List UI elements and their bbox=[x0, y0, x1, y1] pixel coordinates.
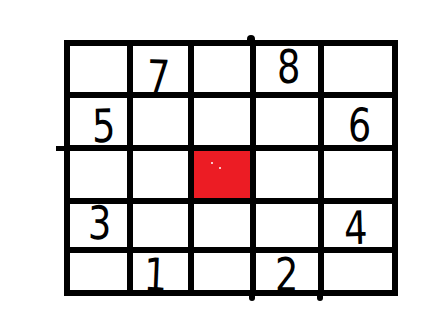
cell-r2c2[interactable] bbox=[133, 98, 188, 145]
cell-r5c3[interactable] bbox=[194, 253, 250, 290]
cell-r3c5[interactable] bbox=[324, 151, 392, 198]
white-speck bbox=[211, 162, 213, 164]
cell-value: 2 bbox=[275, 252, 298, 298]
cell-value: 1 bbox=[143, 251, 168, 298]
cell-r3c2[interactable] bbox=[133, 151, 188, 198]
cell-r2c4[interactable] bbox=[256, 98, 318, 145]
cell-r1c4[interactable]: 8 bbox=[256, 46, 318, 92]
cell-r2c5[interactable]: 6 bbox=[324, 98, 392, 145]
cell-r1c3[interactable] bbox=[194, 46, 250, 92]
cell-r4c3[interactable] bbox=[194, 204, 250, 247]
pen-dot-above-top-border bbox=[247, 35, 255, 42]
cell-r5c2[interactable]: 1 bbox=[133, 253, 188, 290]
cell-r4c2[interactable] bbox=[133, 204, 188, 247]
highlighted-cell-r3c3[interactable] bbox=[194, 151, 250, 198]
pen-tick-below-bottom-border-col5 bbox=[317, 296, 323, 301]
cell-r5c1[interactable] bbox=[70, 253, 127, 290]
pen-tick-below-bottom-border-col4 bbox=[249, 296, 255, 301]
cell-r4c1[interactable]: 3 bbox=[70, 204, 127, 247]
white-speck bbox=[219, 167, 221, 169]
cell-value: 3 bbox=[87, 199, 111, 246]
cell-r3c1[interactable] bbox=[70, 151, 127, 198]
cell-r2c3[interactable] bbox=[194, 98, 250, 145]
cell-value: 4 bbox=[344, 204, 369, 251]
cell-value: 5 bbox=[91, 102, 115, 149]
cell-r5c4[interactable]: 2 bbox=[256, 253, 318, 290]
cell-r1c1[interactable] bbox=[70, 46, 127, 92]
cell-value: 8 bbox=[277, 44, 300, 90]
cell-r4c4[interactable] bbox=[256, 204, 318, 247]
paint-canvas: { "game": "hand-drawn 5x5 number-grid pu… bbox=[0, 0, 437, 323]
cell-value: 7 bbox=[146, 54, 170, 101]
cell-value: 6 bbox=[348, 101, 373, 148]
cell-r1c5[interactable] bbox=[324, 46, 392, 92]
pen-stub-left-of-row3-line bbox=[56, 146, 67, 151]
cell-r1c2[interactable]: 7 bbox=[133, 46, 188, 92]
cell-r5c5[interactable] bbox=[324, 253, 392, 290]
cell-r3c4[interactable] bbox=[256, 151, 318, 198]
cell-r4c5[interactable]: 4 bbox=[324, 204, 392, 247]
cell-r2c1[interactable]: 5 bbox=[70, 98, 127, 145]
puzzle-grid: 7 8 5 6 3 4 1 2 bbox=[64, 40, 398, 296]
